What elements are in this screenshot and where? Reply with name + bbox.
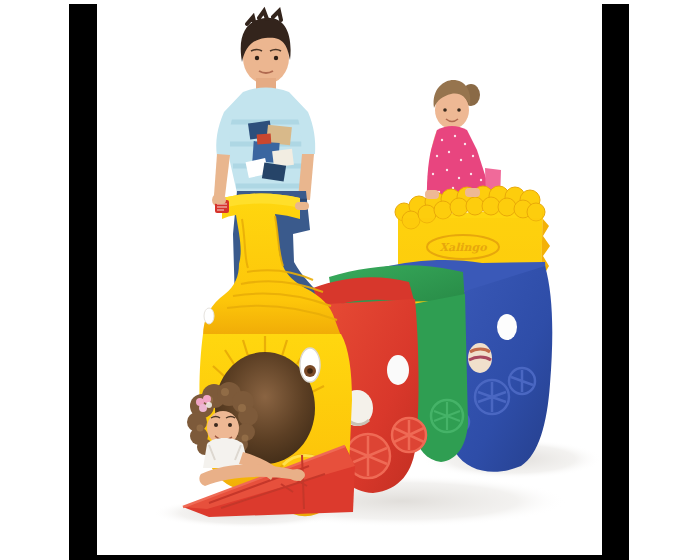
blue-porthole-window <box>497 314 517 340</box>
frame-right-bar <box>602 4 629 560</box>
screenshot-root: Xalingo <box>0 0 700 560</box>
frame-bottom-bar <box>69 555 629 560</box>
frame-left-bar <box>69 4 97 560</box>
red-porthole-window <box>387 355 409 385</box>
locomotive-eye <box>300 348 320 382</box>
product-photo: Xalingo <box>97 4 602 555</box>
arch-vent <box>204 308 214 324</box>
brand-text: Xalingo <box>439 241 487 254</box>
